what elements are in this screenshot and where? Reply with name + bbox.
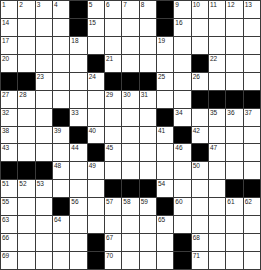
grid-cell[interactable]: 52 (18, 180, 34, 197)
grid-cell[interactable]: 40 (88, 127, 104, 144)
grid-cell[interactable]: 11 (209, 1, 225, 18)
block-cell (18, 73, 34, 90)
block-cell (36, 162, 52, 179)
grid-cell[interactable] (192, 109, 208, 126)
grid-cell[interactable] (122, 162, 138, 179)
clue-number: 32 (2, 109, 9, 116)
block-cell (1, 73, 17, 90)
clue-number: 23 (37, 73, 44, 80)
grid-cell[interactable] (140, 216, 156, 233)
clue-number: 13 (245, 1, 252, 8)
grid-cell[interactable] (36, 37, 52, 54)
grid-cell[interactable] (157, 144, 173, 161)
clue-number: 19 (158, 37, 165, 44)
clue-number: 31 (141, 91, 148, 98)
grid-cell[interactable] (192, 180, 208, 197)
grid-cell[interactable] (105, 162, 121, 179)
grid-cell[interactable] (70, 162, 86, 179)
grid-cell[interactable] (105, 127, 121, 144)
block-cell (157, 19, 173, 36)
clue-number: 7 (123, 1, 127, 8)
grid-cell[interactable] (192, 19, 208, 36)
grid-cell[interactable]: 69 (1, 252, 17, 269)
grid-cell[interactable] (105, 216, 121, 233)
grid-cell[interactable] (209, 180, 225, 197)
grid-cell[interactable]: 19 (157, 37, 173, 54)
block-cell (105, 73, 121, 90)
clue-number: 26 (193, 73, 200, 80)
clue-number: 38 (2, 127, 9, 134)
grid-cell[interactable] (226, 37, 242, 54)
clue-number: 62 (245, 198, 252, 205)
block-cell (140, 73, 156, 90)
grid-cell[interactable] (209, 19, 225, 36)
grid-cell[interactable] (36, 252, 52, 269)
clue-number: 35 (210, 109, 217, 116)
grid-cell[interactable]: 56 (70, 198, 86, 215)
grid-cell[interactable]: 49 (88, 162, 104, 179)
grid-cell[interactable] (140, 127, 156, 144)
grid-cell[interactable]: 41 (157, 127, 173, 144)
grid-cell[interactable]: 27 (1, 91, 17, 108)
grid-cell[interactable] (226, 19, 242, 36)
grid-cell[interactable] (88, 180, 104, 197)
grid-cell[interactable]: 33 (70, 109, 86, 126)
grid-cell[interactable] (209, 162, 225, 179)
block-cell (192, 55, 208, 72)
grid-cell[interactable]: 53 (36, 180, 52, 197)
grid-cell[interactable] (18, 109, 34, 126)
grid-cell[interactable] (174, 180, 190, 197)
grid-cell[interactable] (244, 144, 260, 161)
grid-cell[interactable] (18, 127, 34, 144)
grid-cell[interactable] (157, 252, 173, 269)
clue-number: 24 (89, 73, 96, 80)
grid-cell[interactable] (174, 216, 190, 233)
grid-cell[interactable] (70, 73, 86, 90)
grid-cell[interactable] (192, 216, 208, 233)
block-cell (88, 144, 104, 161)
grid-cell[interactable] (122, 234, 138, 251)
grid-cell[interactable]: 45 (105, 144, 121, 161)
grid-cell[interactable]: 68 (192, 234, 208, 251)
block-cell (157, 198, 173, 215)
grid-cell[interactable] (226, 216, 242, 233)
grid-cell[interactable] (192, 198, 208, 215)
grid-cell[interactable]: 47 (209, 144, 225, 161)
clue-number: 58 (123, 198, 130, 205)
grid-cell[interactable] (105, 37, 121, 54)
grid-cell[interactable] (244, 73, 260, 90)
grid-cell[interactable]: 26 (192, 73, 208, 90)
clue-number: 41 (158, 127, 165, 134)
grid-cell[interactable] (244, 162, 260, 179)
clue-number: 1 (2, 1, 6, 8)
clue-number: 64 (54, 216, 61, 223)
clue-number: 20 (2, 55, 9, 62)
grid-cell[interactable] (192, 37, 208, 54)
grid-cell[interactable] (157, 234, 173, 251)
grid-cell[interactable]: 7 (122, 1, 138, 18)
clue-number: 8 (141, 1, 145, 8)
grid-cell[interactable]: 44 (70, 144, 86, 161)
grid-cell[interactable]: 23 (36, 73, 52, 90)
clue-number: 14 (2, 19, 9, 26)
grid-cell[interactable] (140, 162, 156, 179)
grid-cell[interactable] (36, 19, 52, 36)
clue-number: 49 (89, 162, 96, 169)
grid-cell[interactable]: 10 (192, 1, 208, 18)
grid-cell[interactable] (122, 252, 138, 269)
grid-cell[interactable]: 18 (70, 37, 86, 54)
block-cell (226, 91, 242, 108)
grid-cell[interactable] (226, 234, 242, 251)
block-cell (244, 91, 260, 108)
block-cell (140, 180, 156, 197)
grid-cell[interactable] (36, 198, 52, 215)
grid-cell[interactable]: 15 (88, 19, 104, 36)
grid-cell[interactable]: 24 (88, 73, 104, 90)
block-cell (88, 234, 104, 251)
clue-number: 29 (106, 91, 113, 98)
grid-cell[interactable]: 4 (53, 1, 69, 18)
grid-cell[interactable] (70, 216, 86, 233)
block-cell (226, 180, 242, 197)
grid-cell[interactable] (174, 55, 190, 72)
grid-cell[interactable] (53, 252, 69, 269)
grid-cell[interactable] (122, 109, 138, 126)
grid-cell[interactable]: 13 (244, 1, 260, 18)
grid-cell[interactable] (157, 55, 173, 72)
grid-cell[interactable]: 38 (1, 127, 17, 144)
block-cell (1, 162, 17, 179)
grid-cell[interactable] (244, 127, 260, 144)
clue-number: 2 (19, 1, 23, 8)
grid-cell[interactable]: 1 (1, 1, 17, 18)
grid-cell[interactable]: 43 (1, 144, 17, 161)
block-cell (53, 109, 69, 126)
clue-number: 42 (193, 127, 200, 134)
block-cell (53, 198, 69, 215)
grid-cell[interactable]: 12 (226, 1, 242, 18)
clue-number: 34 (175, 109, 182, 116)
grid-cell[interactable]: 51 (1, 180, 17, 197)
clue-number: 21 (106, 55, 113, 62)
block-cell (192, 91, 208, 108)
clue-number: 70 (106, 252, 113, 259)
grid-cell[interactable] (88, 109, 104, 126)
clue-number: 66 (2, 234, 9, 241)
grid-cell[interactable] (36, 109, 52, 126)
grid-cell[interactable] (140, 109, 156, 126)
grid-cell[interactable]: 63 (1, 216, 17, 233)
grid-cell[interactable] (122, 55, 138, 72)
block-cell (18, 162, 34, 179)
grid-cell[interactable] (209, 216, 225, 233)
clue-number: 12 (227, 1, 234, 8)
grid-cell[interactable]: 62 (244, 198, 260, 215)
block-cell (174, 252, 190, 269)
clue-number: 59 (141, 198, 148, 205)
grid-cell[interactable] (88, 37, 104, 54)
clue-number: 39 (54, 127, 61, 134)
grid-cell[interactable]: 20 (1, 55, 17, 72)
grid-cell[interactable]: 66 (1, 234, 17, 251)
block-cell (174, 234, 190, 251)
grid-cell[interactable]: 32 (1, 109, 17, 126)
grid-cell[interactable] (53, 91, 69, 108)
grid-cell[interactable]: 48 (53, 162, 69, 179)
grid-cell[interactable]: 34 (174, 109, 190, 126)
grid-cell[interactable] (18, 216, 34, 233)
grid-cell[interactable] (140, 55, 156, 72)
grid-cell[interactable] (18, 198, 34, 215)
clue-number: 63 (2, 216, 9, 223)
clue-number: 45 (106, 144, 113, 151)
grid-cell[interactable] (244, 216, 260, 233)
block-cell (122, 73, 138, 90)
clue-number: 44 (71, 144, 78, 151)
grid-cell[interactable] (174, 73, 190, 90)
grid-cell[interactable] (209, 37, 225, 54)
clue-number: 36 (227, 109, 234, 116)
grid-cell[interactable] (105, 19, 121, 36)
block-cell (174, 127, 190, 144)
grid-cell[interactable] (36, 127, 52, 144)
grid-cell[interactable]: 9 (174, 1, 190, 18)
clue-number: 22 (210, 55, 217, 62)
clue-number: 43 (2, 144, 9, 151)
grid-cell[interactable]: 58 (122, 198, 138, 215)
grid-cell[interactable] (122, 19, 138, 36)
clue-number: 6 (106, 1, 110, 8)
clue-number: 68 (193, 234, 200, 241)
grid-cell[interactable]: 8 (140, 1, 156, 18)
grid-cell[interactable] (36, 234, 52, 251)
clue-number: 10 (193, 1, 200, 8)
grid-cell[interactable]: 55 (1, 198, 17, 215)
grid-cell[interactable]: 60 (174, 198, 190, 215)
grid-cell[interactable]: 50 (192, 162, 208, 179)
grid-cell[interactable]: 22 (209, 55, 225, 72)
grid-cell[interactable] (53, 180, 69, 197)
grid-cell[interactable] (36, 55, 52, 72)
grid-cell[interactable] (226, 73, 242, 90)
grid-cell[interactable] (88, 216, 104, 233)
block-cell (157, 1, 173, 18)
clue-number: 16 (175, 19, 182, 26)
clue-number: 61 (227, 198, 234, 205)
grid-cell[interactable] (174, 162, 190, 179)
grid-cell[interactable]: 6 (105, 1, 121, 18)
grid-cell[interactable]: 3 (36, 1, 52, 18)
grid-cell[interactable]: 64 (53, 216, 69, 233)
clue-number: 54 (158, 180, 165, 187)
clue-number: 52 (19, 180, 26, 187)
grid-cell[interactable] (18, 19, 34, 36)
grid-cell[interactable] (88, 91, 104, 108)
grid-cell[interactable] (226, 162, 242, 179)
clue-number: 17 (2, 37, 9, 44)
grid-cell[interactable] (122, 127, 138, 144)
block-cell (70, 127, 86, 144)
clue-number: 25 (158, 73, 165, 80)
clue-number: 9 (175, 1, 179, 8)
grid-cell[interactable] (226, 127, 242, 144)
block-cell (209, 91, 225, 108)
grid-cell[interactable]: 29 (105, 91, 121, 108)
grid-cell[interactable] (18, 37, 34, 54)
block-cell (88, 55, 104, 72)
grid-cell[interactable] (36, 144, 52, 161)
block-cell (70, 1, 86, 18)
grid-cell[interactable] (157, 91, 173, 108)
clue-number: 30 (123, 91, 130, 98)
grid-cell[interactable] (140, 37, 156, 54)
grid-cell[interactable] (140, 19, 156, 36)
grid-cell[interactable] (209, 127, 225, 144)
grid-cell[interactable] (70, 252, 86, 269)
grid-cell[interactable] (70, 180, 86, 197)
grid-cell[interactable]: 46 (174, 144, 190, 161)
grid-cell[interactable] (53, 37, 69, 54)
clue-number: 4 (54, 1, 58, 8)
clue-number: 50 (193, 162, 200, 169)
grid-cell[interactable] (18, 144, 34, 161)
grid-cell[interactable] (53, 144, 69, 161)
grid-cell[interactable] (157, 162, 173, 179)
clue-number: 71 (193, 252, 200, 259)
grid-cell[interactable]: 28 (18, 91, 34, 108)
grid-cell[interactable] (244, 234, 260, 251)
grid-cell[interactable]: 42 (192, 127, 208, 144)
clue-number: 56 (71, 198, 78, 205)
grid-cell[interactable]: 30 (122, 91, 138, 108)
clue-number: 65 (158, 216, 165, 223)
grid-cell[interactable] (18, 234, 34, 251)
clue-number: 55 (2, 198, 9, 205)
grid-cell[interactable] (70, 234, 86, 251)
grid-cell[interactable] (244, 252, 260, 269)
clue-number: 33 (71, 109, 78, 116)
grid-cell[interactable] (209, 234, 225, 251)
grid-cell[interactable] (122, 144, 138, 161)
grid-cell[interactable]: 57 (105, 198, 121, 215)
grid-cell[interactable] (122, 216, 138, 233)
grid-cell[interactable]: 31 (140, 91, 156, 108)
clue-number: 11 (210, 1, 217, 8)
clue-number: 46 (175, 144, 182, 151)
grid-cell[interactable] (140, 234, 156, 251)
grid-cell[interactable]: 21 (105, 55, 121, 72)
clue-number: 53 (37, 180, 44, 187)
clue-number: 5 (89, 1, 93, 8)
clue-number: 27 (2, 91, 9, 98)
grid-cell[interactable]: 65 (157, 216, 173, 233)
crossword-board: 1234567891011121314151617181920212223242… (0, 0, 261, 270)
clue-number: 40 (89, 127, 96, 134)
grid-cell[interactable] (244, 55, 260, 72)
grid-cell[interactable] (122, 37, 138, 54)
grid-cell[interactable] (53, 234, 69, 251)
grid-cell[interactable] (226, 55, 242, 72)
grid-cell[interactable] (36, 216, 52, 233)
block-cell (244, 180, 260, 197)
block-cell (105, 180, 121, 197)
grid-cell[interactable]: 35 (209, 109, 225, 126)
grid-cell[interactable]: 59 (140, 198, 156, 215)
grid-cell[interactable] (226, 144, 242, 161)
grid-cell[interactable]: 54 (157, 180, 173, 197)
grid-cell[interactable] (140, 144, 156, 161)
block-cell (157, 109, 173, 126)
grid-cell[interactable]: 16 (174, 19, 190, 36)
grid-cell[interactable] (209, 73, 225, 90)
block-cell (88, 252, 104, 269)
grid-cell[interactable]: 14 (1, 19, 17, 36)
grid-cell[interactable] (53, 55, 69, 72)
grid-cell[interactable]: 5 (88, 1, 104, 18)
grid-cell[interactable] (209, 198, 225, 215)
clue-number: 15 (89, 19, 96, 26)
grid-cell[interactable] (18, 55, 34, 72)
clue-number: 28 (19, 91, 26, 98)
grid-cell[interactable] (70, 55, 86, 72)
clue-number: 37 (245, 109, 252, 116)
grid-cell[interactable] (244, 37, 260, 54)
grid-cell[interactable]: 71 (192, 252, 208, 269)
grid-cell[interactable]: 67 (105, 234, 121, 251)
clue-number: 69 (2, 252, 9, 259)
grid-cell[interactable]: 25 (157, 73, 173, 90)
grid-cell[interactable] (36, 91, 52, 108)
grid-cell[interactable] (105, 109, 121, 126)
grid-cell[interactable] (209, 252, 225, 269)
grid-cell[interactable] (174, 91, 190, 108)
grid-cell[interactable]: 36 (226, 109, 242, 126)
block-cell (192, 144, 208, 161)
grid-cell[interactable] (70, 91, 86, 108)
clue-number: 67 (106, 234, 113, 241)
clue-number: 57 (106, 198, 113, 205)
grid-cell[interactable] (174, 37, 190, 54)
clue-number: 18 (71, 37, 78, 44)
block-cell (70, 19, 86, 36)
grid-cell[interactable]: 39 (53, 127, 69, 144)
grid-cell[interactable] (140, 252, 156, 269)
grid-cell[interactable]: 61 (226, 198, 242, 215)
grid-cell[interactable]: 17 (1, 37, 17, 54)
clue-number: 47 (210, 144, 217, 151)
grid-cell[interactable]: 37 (244, 109, 260, 126)
grid-cell[interactable] (88, 198, 104, 215)
clue-number: 48 (54, 162, 61, 169)
grid-cell[interactable] (226, 252, 242, 269)
clue-number: 51 (2, 180, 9, 187)
grid-cell[interactable]: 70 (105, 252, 121, 269)
grid-cell[interactable] (53, 73, 69, 90)
grid-cell[interactable] (18, 252, 34, 269)
clue-number: 60 (175, 198, 182, 205)
grid-cell[interactable] (53, 19, 69, 36)
grid-cell[interactable] (244, 19, 260, 36)
clue-number: 3 (37, 1, 41, 8)
grid-cell[interactable]: 2 (18, 1, 34, 18)
block-cell (122, 180, 138, 197)
